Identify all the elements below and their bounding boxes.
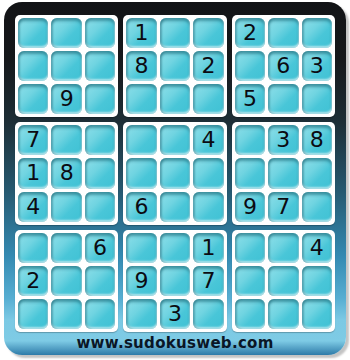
sudoku-cell-r2c1[interactable]	[18, 51, 48, 81]
sudoku-cell-r7c3[interactable]: 6	[85, 233, 115, 263]
sudoku-cell-r1c9[interactable]	[302, 18, 332, 48]
sudoku-cell-r7c9[interactable]: 4	[302, 233, 332, 263]
sudoku-cell-r7c6[interactable]: 1	[193, 233, 223, 263]
sudoku-cell-r7c8[interactable]	[268, 233, 298, 263]
sudoku-cell-r5c4[interactable]	[126, 158, 156, 188]
sudoku-cell-r3c7[interactable]: 5	[235, 84, 265, 114]
sudoku-cell-r4c1[interactable]: 7	[18, 125, 48, 155]
sudoku-box-3: 2635	[232, 15, 335, 117]
sudoku-cell-r9c8[interactable]	[268, 299, 298, 329]
sudoku-cell-r3c2[interactable]: 9	[51, 84, 81, 114]
sudoku-cell-r1c2[interactable]	[51, 18, 81, 48]
sudoku-cell-r8c1[interactable]: 2	[18, 266, 48, 296]
sudoku-cell-r4c6[interactable]: 4	[193, 125, 223, 155]
sudoku-cell-r2c9[interactable]: 3	[302, 51, 332, 81]
sudoku-cell-r9c4[interactable]	[126, 299, 156, 329]
sudoku-cell-r6c8[interactable]: 7	[268, 192, 298, 222]
sudoku-cell-r4c4[interactable]	[126, 125, 156, 155]
sudoku-cell-r2c3[interactable]	[85, 51, 115, 81]
sudoku-board-frame: 9182263571844638976219734 www.sudokusweb…	[4, 2, 346, 355]
sudoku-cell-r8c3[interactable]	[85, 266, 115, 296]
sudoku-cell-r3c6[interactable]	[193, 84, 223, 114]
sudoku-cell-r6c1[interactable]: 4	[18, 192, 48, 222]
sudoku-cell-r8c7[interactable]	[235, 266, 265, 296]
sudoku-cell-r6c2[interactable]	[51, 192, 81, 222]
sudoku-cell-r2c5[interactable]	[160, 51, 190, 81]
sudoku-box-9: 4	[232, 230, 335, 332]
sudoku-cell-r4c2[interactable]	[51, 125, 81, 155]
sudoku-cell-r7c5[interactable]	[160, 233, 190, 263]
sudoku-cell-r5c6[interactable]	[193, 158, 223, 188]
site-url[interactable]: www.sudokusweb.com	[4, 334, 346, 354]
sudoku-cell-r1c7[interactable]: 2	[235, 18, 265, 48]
sudoku-cell-r4c7[interactable]	[235, 125, 265, 155]
sudoku-cell-r3c3[interactable]	[85, 84, 115, 114]
sudoku-cell-r1c8[interactable]	[268, 18, 298, 48]
sudoku-box-7: 62	[15, 230, 118, 332]
sudoku-cell-r7c2[interactable]	[51, 233, 81, 263]
sudoku-cell-r7c1[interactable]	[18, 233, 48, 263]
sudoku-cell-r1c4[interactable]: 1	[126, 18, 156, 48]
page: 9182263571844638976219734 www.sudokusweb…	[0, 0, 350, 360]
sudoku-cell-r9c9[interactable]	[302, 299, 332, 329]
sudoku-box-6: 3897	[232, 122, 335, 224]
sudoku-cell-r8c2[interactable]	[51, 266, 81, 296]
sudoku-cell-r7c4[interactable]	[126, 233, 156, 263]
sudoku-cell-r8c6[interactable]: 7	[193, 266, 223, 296]
sudoku-cell-r5c3[interactable]	[85, 158, 115, 188]
sudoku-cell-r5c8[interactable]	[268, 158, 298, 188]
sudoku-cell-r2c7[interactable]	[235, 51, 265, 81]
sudoku-cell-r3c5[interactable]	[160, 84, 190, 114]
sudoku-cell-r6c4[interactable]: 6	[126, 192, 156, 222]
sudoku-cell-r8c9[interactable]	[302, 266, 332, 296]
sudoku-cell-r5c7[interactable]	[235, 158, 265, 188]
sudoku-cell-r9c2[interactable]	[51, 299, 81, 329]
sudoku-cell-r2c4[interactable]: 8	[126, 51, 156, 81]
sudoku-cell-r8c4[interactable]: 9	[126, 266, 156, 296]
sudoku-cell-r6c3[interactable]	[85, 192, 115, 222]
sudoku-cell-r1c1[interactable]	[18, 18, 48, 48]
sudoku-cell-r5c1[interactable]: 1	[18, 158, 48, 188]
sudoku-cell-r6c9[interactable]	[302, 192, 332, 222]
sudoku-cell-r6c6[interactable]	[193, 192, 223, 222]
sudoku-box-2: 182	[123, 15, 226, 117]
sudoku-cell-r3c4[interactable]	[126, 84, 156, 114]
sudoku-cell-r1c6[interactable]	[193, 18, 223, 48]
sudoku-cell-r9c7[interactable]	[235, 299, 265, 329]
sudoku-cell-r1c5[interactable]	[160, 18, 190, 48]
sudoku-cell-r2c6[interactable]: 2	[193, 51, 223, 81]
sudoku-cell-r6c5[interactable]	[160, 192, 190, 222]
sudoku-cell-r8c5[interactable]	[160, 266, 190, 296]
sudoku-cell-r9c5[interactable]: 3	[160, 299, 190, 329]
sudoku-cell-r6c7[interactable]: 9	[235, 192, 265, 222]
sudoku-cell-r4c8[interactable]: 3	[268, 125, 298, 155]
sudoku-cell-r9c6[interactable]	[193, 299, 223, 329]
sudoku-cell-r2c2[interactable]	[51, 51, 81, 81]
sudoku-cell-r4c3[interactable]	[85, 125, 115, 155]
sudoku-cell-r3c8[interactable]	[268, 84, 298, 114]
sudoku-cell-r9c3[interactable]	[85, 299, 115, 329]
sudoku-cell-r5c2[interactable]: 8	[51, 158, 81, 188]
sudoku-cell-r5c5[interactable]	[160, 158, 190, 188]
sudoku-cell-r1c3[interactable]	[85, 18, 115, 48]
sudoku-cell-r3c9[interactable]	[302, 84, 332, 114]
sudoku-cell-r4c9[interactable]: 8	[302, 125, 332, 155]
sudoku-box-8: 1973	[123, 230, 226, 332]
sudoku-box-5: 46	[123, 122, 226, 224]
sudoku-box-4: 7184	[15, 122, 118, 224]
sudoku-box-1: 9	[15, 15, 118, 117]
sudoku-cell-r3c1[interactable]	[18, 84, 48, 114]
sudoku-cell-r4c5[interactable]	[160, 125, 190, 155]
sudoku-cell-r2c8[interactable]: 6	[268, 51, 298, 81]
sudoku-grid: 9182263571844638976219734	[15, 15, 335, 332]
sudoku-cell-r8c8[interactable]	[268, 266, 298, 296]
sudoku-cell-r5c9[interactable]	[302, 158, 332, 188]
sudoku-cell-r7c7[interactable]	[235, 233, 265, 263]
sudoku-cell-r9c1[interactable]	[18, 299, 48, 329]
